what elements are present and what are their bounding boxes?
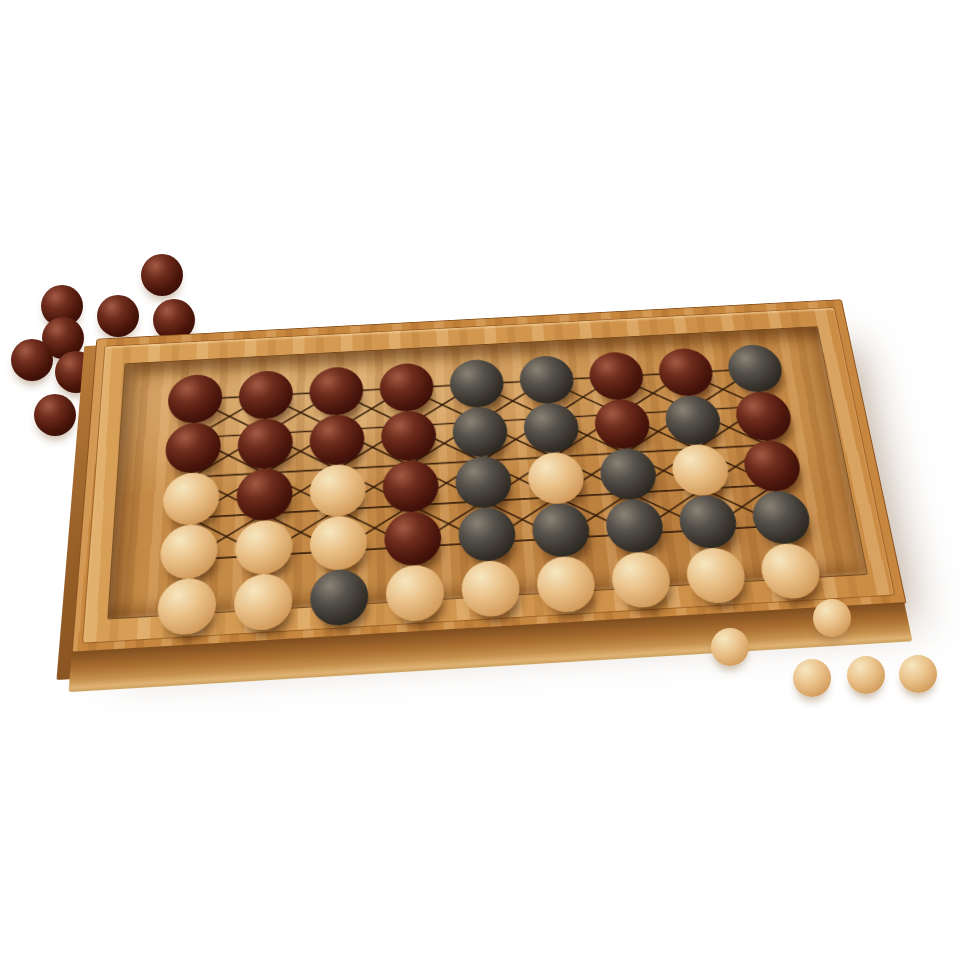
board-ball-light-natural[interactable] [309,515,367,572]
game-board-tray [69,299,913,692]
board-ball-dark-red[interactable] [237,418,293,471]
board-ball-black-gray[interactable] [603,498,666,554]
loose-ball-light[interactable] [711,628,749,666]
board-point-r5c9[interactable] [749,548,833,607]
board-ball-dark-red[interactable] [740,439,804,493]
board-ball-dark-red[interactable] [656,347,716,397]
board-ball-light-natural[interactable] [609,551,673,609]
board-ball-black-gray[interactable] [676,494,740,550]
board-ball-light-natural[interactable] [233,573,292,632]
board-point-r5c4[interactable] [376,570,454,630]
board-ball-dark-red[interactable] [383,511,442,568]
board-point-r5c5[interactable] [451,565,530,625]
board-ball-light-natural[interactable] [460,559,521,618]
board-ball-black-gray[interactable] [597,447,658,501]
loose-ball-dark[interactable] [97,295,139,337]
board-ball-dark-red[interactable] [235,467,292,522]
board-ball-light-natural[interactable] [309,463,366,518]
board-ball-dark-red[interactable] [166,373,222,424]
tray-top-surface [72,299,907,654]
board-points-grid [150,349,823,584]
board-ball-light-natural[interactable] [526,451,586,505]
board-ball-dark-red[interactable] [164,422,221,475]
board-point-r5c7[interactable] [601,557,683,617]
board-ball-black-gray[interactable] [310,568,369,627]
board-ball-light-natural[interactable] [669,443,731,497]
board-ball-black-gray[interactable] [517,355,575,405]
board-ball-light-natural[interactable] [683,547,748,605]
loose-ball-dark[interactable] [11,339,53,381]
board-ball-black-gray[interactable] [457,506,517,562]
board-point-r5c3[interactable] [301,574,378,634]
board-ball-light-natural[interactable] [757,542,823,600]
board-ball-dark-red[interactable] [379,362,435,413]
board-ball-dark-red[interactable] [592,398,652,450]
board-ball-light-natural[interactable] [385,564,445,623]
board-ball-dark-red[interactable] [587,351,646,401]
board-ball-dark-red[interactable] [382,459,440,513]
board-lattice [150,349,823,584]
board-ball-light-natural[interactable] [234,519,292,576]
loose-ball-light[interactable] [813,599,851,637]
loose-ball-light[interactable] [847,656,885,694]
loose-ball-light[interactable] [793,659,831,697]
board-point-r5c1[interactable] [146,583,225,644]
board-ball-black-gray[interactable] [448,358,505,408]
loose-ball-dark[interactable] [141,254,183,296]
board-ball-dark-red[interactable] [309,366,363,417]
product-photo-scene [0,0,960,960]
board-point-r5c2[interactable] [224,579,301,640]
board-ball-light-natural[interactable] [156,577,217,636]
board-ball-light-natural[interactable] [159,523,218,580]
board-ball-dark-red[interactable] [238,370,293,421]
board-ball-black-gray[interactable] [530,502,591,558]
board-ball-black-gray[interactable] [724,344,785,394]
loose-ball-dark[interactable] [34,394,76,436]
board-ball-light-natural[interactable] [161,471,219,526]
board-ball-black-gray[interactable] [451,406,509,458]
board-ball-dark-red[interactable] [732,391,794,443]
board-ball-black-gray[interactable] [748,490,813,546]
loose-ball-light[interactable] [899,655,937,693]
board-ball-dark-red[interactable] [309,414,364,467]
board-point-r5c6[interactable] [526,561,607,621]
board-ball-black-gray[interactable] [521,402,580,454]
board-field [107,326,868,619]
board-point-r5c8[interactable] [675,552,758,611]
board-ball-black-gray[interactable] [454,455,513,509]
board-ball-light-natural[interactable] [534,555,597,613]
board-ball-dark-red[interactable] [380,410,437,462]
board-ball-black-gray[interactable] [662,394,723,446]
